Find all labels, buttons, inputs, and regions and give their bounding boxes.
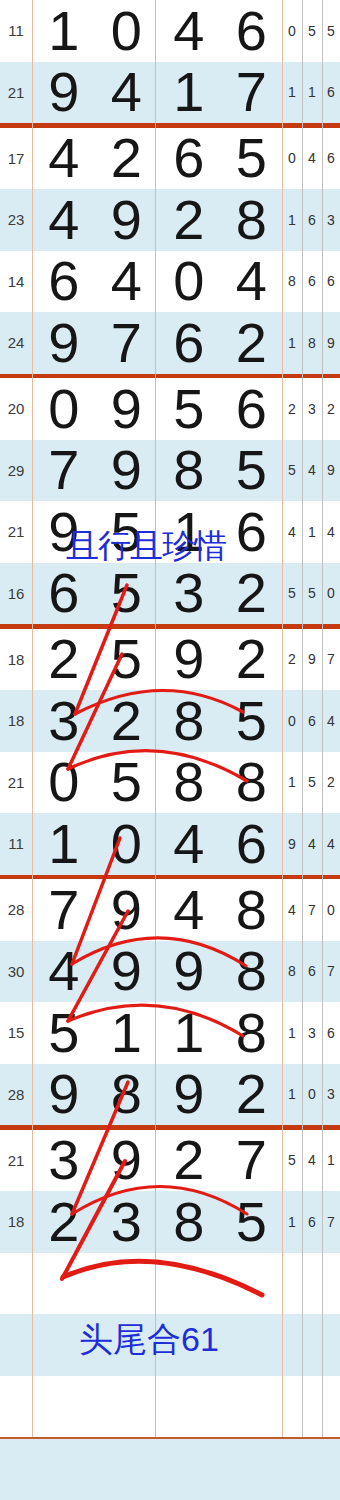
draw-digit: 5 (95, 504, 158, 560)
aux-digit: 1 (282, 213, 302, 227)
aux-digit: 1 (282, 85, 302, 99)
period-label: 29 (0, 463, 32, 478)
draw-digit: 2 (220, 315, 283, 371)
draw-row: 146404866 (0, 251, 340, 313)
draw-digit: 2 (220, 565, 283, 621)
draw-digit: 3 (95, 1194, 158, 1250)
draw-row: 182385167 (0, 1191, 340, 1253)
period-label: 18 (0, 1214, 32, 1229)
draw-digit: 9 (95, 192, 158, 248)
period-label: 18 (0, 652, 32, 667)
period-label: 11 (0, 836, 32, 851)
aux-digit: 6 (322, 85, 340, 99)
draw-digit: 5 (157, 381, 220, 437)
draw-digit: 6 (157, 130, 220, 186)
aux-digit: 9 (322, 463, 340, 477)
draw-digit: 8 (220, 882, 283, 938)
draw-row: 219417116 (0, 62, 340, 124)
draw-digit: 7 (220, 1132, 283, 1188)
draw-row: 289892103 (0, 1064, 340, 1126)
draw-digit: 1 (32, 3, 95, 59)
aux-digit: 6 (322, 274, 340, 288)
aux-digit: 3 (302, 402, 322, 416)
draw-row: 111046055 (0, 0, 340, 62)
aux-digit: 7 (322, 1215, 340, 1229)
draw-digit: 8 (220, 943, 283, 999)
draw-digit: 0 (95, 816, 158, 872)
draw-row: 111046944 (0, 813, 340, 875)
lottery-trend-chart: 1110460552194171161742650462349281631464… (0, 0, 340, 1500)
aux-digit: 1 (282, 1215, 302, 1229)
period-label: 21 (0, 1153, 32, 1168)
aux-digit: 5 (282, 1153, 302, 1167)
draw-row: 174265046 (0, 128, 340, 190)
aux-digit: 2 (282, 652, 302, 666)
draw-digit: 4 (32, 192, 95, 248)
draw-digit: 6 (32, 565, 95, 621)
draw-row: 182592297 (0, 629, 340, 691)
draw-row: 234928163 (0, 189, 340, 251)
draw-digit: 4 (32, 943, 95, 999)
draw-digit: 5 (95, 565, 158, 621)
period-label: 15 (0, 1025, 32, 1040)
draw-digit: 2 (220, 631, 283, 687)
draw-row: 219516414 (0, 501, 340, 563)
aux-digit: 4 (322, 714, 340, 728)
aux-digit: 5 (302, 24, 322, 38)
draw-digit: 4 (157, 816, 220, 872)
draw-digit: 4 (157, 882, 220, 938)
draw-digit: 2 (32, 1194, 95, 1250)
draw-row: 155118136 (0, 1002, 340, 1064)
draw-digit: 3 (157, 565, 220, 621)
aux-digit: 7 (322, 652, 340, 666)
draw-digit: 9 (157, 943, 220, 999)
draw-digit: 8 (157, 442, 220, 498)
aux-digit: 8 (282, 964, 302, 978)
aux-digit: 2 (322, 775, 340, 789)
draw-digit: 1 (95, 1005, 158, 1061)
draw-digit: 2 (32, 631, 95, 687)
period-label: 20 (0, 401, 32, 416)
aux-digit: 4 (302, 1153, 322, 1167)
aux-digit: 3 (322, 213, 340, 227)
aux-digit: 0 (322, 586, 340, 600)
draw-digit: 7 (32, 442, 95, 498)
aux-digit: 1 (282, 336, 302, 350)
draw-digit: 5 (95, 754, 158, 810)
draw-row: 166532550 (0, 563, 340, 625)
aux-digit: 6 (302, 964, 322, 978)
period-label: 21 (0, 85, 32, 100)
draw-digit: 1 (32, 816, 95, 872)
period-label: 21 (0, 775, 32, 790)
draw-row (0, 1253, 340, 1315)
period-label: 30 (0, 964, 32, 979)
aux-digit: 8 (282, 274, 302, 288)
draw-digit: 9 (32, 504, 95, 560)
aux-digit: 9 (302, 652, 322, 666)
draw-digit: 8 (220, 192, 283, 248)
aux-digit: 4 (322, 525, 340, 539)
draw-digit: 2 (95, 693, 158, 749)
aux-digit: 5 (302, 775, 322, 789)
draw-digit: 6 (220, 3, 283, 59)
draw-digit: 6 (220, 504, 283, 560)
draw-digit: 4 (157, 3, 220, 59)
period-label: 17 (0, 151, 32, 166)
draw-digit: 8 (157, 754, 220, 810)
draw-digit: 6 (220, 381, 283, 437)
draw-digit: 7 (32, 882, 95, 938)
draw-digit: 2 (157, 1132, 220, 1188)
draw-digit: 9 (95, 943, 158, 999)
period-label: 21 (0, 524, 32, 539)
draw-digit: 9 (95, 381, 158, 437)
aux-digit: 6 (322, 1026, 340, 1040)
aux-digit: 6 (302, 274, 322, 288)
draw-digit: 5 (220, 130, 283, 186)
draw-digit: 2 (95, 130, 158, 186)
aux-digit: 4 (282, 525, 302, 539)
draw-digit: 5 (220, 442, 283, 498)
draw-digit: 7 (95, 315, 158, 371)
period-label: 18 (0, 713, 32, 728)
draw-digit: 8 (157, 693, 220, 749)
aux-digit: 1 (282, 1026, 302, 1040)
aux-digit: 0 (282, 714, 302, 728)
aux-digit: 0 (302, 1087, 322, 1101)
draw-digit: 5 (220, 693, 283, 749)
draw-digit: 9 (157, 631, 220, 687)
draw-digit: 7 (220, 64, 283, 120)
draw-digit: 5 (32, 1005, 95, 1061)
aux-digit: 4 (302, 837, 322, 851)
draw-digit: 9 (32, 64, 95, 120)
aux-digit: 6 (302, 1215, 322, 1229)
draw-row (0, 1314, 340, 1376)
draw-digit: 4 (95, 253, 158, 309)
aux-digit: 8 (302, 336, 322, 350)
aux-digit: 5 (282, 463, 302, 477)
draw-row: 287948470 (0, 879, 340, 941)
aux-digit: 7 (302, 903, 322, 917)
period-label: 11 (0, 23, 32, 38)
period-label: 14 (0, 274, 32, 289)
aux-digit: 4 (302, 463, 322, 477)
aux-digit: 1 (322, 1153, 340, 1167)
draw-digit: 8 (157, 1194, 220, 1250)
aux-digit: 4 (302, 151, 322, 165)
aux-digit: 0 (282, 151, 302, 165)
draw-digit: 1 (157, 64, 220, 120)
draw-digit: 5 (220, 1194, 283, 1250)
aux-digit: 4 (322, 837, 340, 851)
aux-digit: 5 (282, 586, 302, 600)
draw-digit: 3 (32, 693, 95, 749)
aux-digit: 0 (322, 903, 340, 917)
draw-digit: 4 (95, 64, 158, 120)
draw-digit: 0 (95, 3, 158, 59)
aux-digit: 6 (302, 213, 322, 227)
draw-digit: 3 (32, 1132, 95, 1188)
period-label: 16 (0, 586, 32, 601)
draw-digit: 0 (32, 381, 95, 437)
aux-digit: 6 (302, 714, 322, 728)
draw-digit: 9 (157, 1066, 220, 1122)
draw-row: 297985549 (0, 440, 340, 502)
period-label: 23 (0, 212, 32, 227)
draw-row: 249762189 (0, 312, 340, 374)
draw-digit: 6 (157, 315, 220, 371)
aux-digit: 9 (282, 837, 302, 851)
draw-digit: 6 (32, 253, 95, 309)
aux-digit: 3 (322, 1087, 340, 1101)
aux-digit: 1 (282, 775, 302, 789)
aux-digit: 5 (302, 586, 322, 600)
draw-digit: 8 (220, 1005, 283, 1061)
draw-digit: 6 (220, 816, 283, 872)
aux-digit: 7 (322, 964, 340, 978)
aux-digit: 6 (322, 151, 340, 165)
draw-rows-table: 1110460552194171161742650462349281631464… (0, 0, 340, 1437)
draw-row: 210588152 (0, 752, 340, 814)
draw-digit: 9 (95, 882, 158, 938)
aux-digit: 3 (302, 1026, 322, 1040)
draw-digit: 0 (157, 253, 220, 309)
draw-digit: 0 (32, 754, 95, 810)
draw-digit: 9 (32, 315, 95, 371)
draw-row: 183285064 (0, 690, 340, 752)
draw-row (0, 1376, 340, 1438)
period-label: 24 (0, 335, 32, 350)
aux-digit: 1 (282, 1087, 302, 1101)
period-label: 28 (0, 902, 32, 917)
aux-digit: 1 (302, 85, 322, 99)
aux-digit: 0 (282, 24, 302, 38)
aux-digit: 5 (322, 24, 340, 38)
draw-digit: 9 (32, 1066, 95, 1122)
aux-digit: 4 (282, 903, 302, 917)
draw-digit: 4 (32, 130, 95, 186)
draw-digit: 1 (157, 1005, 220, 1061)
draw-digit: 8 (95, 1066, 158, 1122)
draw-row: 200956232 (0, 378, 340, 440)
draw-digit: 5 (95, 631, 158, 687)
draw-row: 304998867 (0, 941, 340, 1003)
draw-digit: 2 (220, 1066, 283, 1122)
aux-digit: 2 (322, 402, 340, 416)
bottom-band (0, 1437, 340, 1500)
draw-digit: 4 (220, 253, 283, 309)
aux-digit: 1 (302, 525, 322, 539)
draw-row: 213927541 (0, 1130, 340, 1192)
draw-digit: 9 (95, 1132, 158, 1188)
period-label: 28 (0, 1087, 32, 1102)
draw-digit: 1 (157, 504, 220, 560)
aux-digit: 9 (322, 336, 340, 350)
aux-digit: 2 (282, 402, 302, 416)
draw-digit: 2 (157, 192, 220, 248)
draw-digit: 8 (220, 754, 283, 810)
draw-digit: 9 (95, 442, 158, 498)
